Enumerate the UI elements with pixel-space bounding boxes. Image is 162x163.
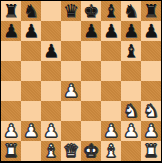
white-pawn[interactable]: ♟: [43, 121, 59, 141]
square-a3[interactable]: [1, 101, 21, 121]
square-b7[interactable]: ♟: [21, 21, 41, 41]
white-bishop[interactable]: ♝: [103, 141, 119, 161]
square-c8[interactable]: [41, 1, 61, 21]
square-g7[interactable]: ♟: [121, 21, 141, 41]
square-f6[interactable]: [101, 41, 121, 61]
chess-board-frame: ♜♞♛♚♝♞♜♟♟♟♟♟♟♟♝♟♞♞♟♟♟♟♟♟♜♝♛♚♝♜: [0, 1, 162, 163]
square-e6[interactable]: [81, 41, 101, 61]
white-pawn[interactable]: ♟: [103, 121, 119, 141]
black-queen[interactable]: ♛: [63, 1, 79, 21]
square-c5[interactable]: [41, 61, 61, 81]
square-b1[interactable]: [21, 141, 41, 161]
black-pawn[interactable]: ♟: [23, 21, 39, 41]
square-b4[interactable]: [21, 81, 41, 101]
white-pawn[interactable]: ♟: [23, 121, 39, 141]
black-bishop[interactable]: ♝: [123, 41, 139, 61]
square-f7[interactable]: ♟: [101, 21, 121, 41]
white-rook[interactable]: ♜: [143, 141, 159, 161]
square-h5[interactable]: [141, 61, 161, 81]
black-pawn[interactable]: ♟: [43, 41, 59, 61]
square-d5[interactable]: [61, 61, 81, 81]
square-f5[interactable]: [101, 61, 121, 81]
square-e2[interactable]: [81, 121, 101, 141]
square-h7[interactable]: ♟: [141, 21, 161, 41]
white-bishop[interactable]: ♝: [43, 141, 59, 161]
white-rook[interactable]: ♜: [3, 141, 19, 161]
square-f1[interactable]: ♝: [101, 141, 121, 161]
square-h1[interactable]: ♜: [141, 141, 161, 161]
black-pawn[interactable]: ♟: [103, 21, 119, 41]
square-g4[interactable]: [121, 81, 141, 101]
square-c4[interactable]: [41, 81, 61, 101]
square-f8[interactable]: ♝: [101, 1, 121, 21]
square-f2[interactable]: ♟: [101, 121, 121, 141]
square-b8[interactable]: ♞: [21, 1, 41, 21]
square-b2[interactable]: ♟: [21, 121, 41, 141]
white-pawn[interactable]: ♟: [143, 121, 159, 141]
square-e3[interactable]: [81, 101, 101, 121]
square-e1[interactable]: ♚: [81, 141, 101, 161]
square-g5[interactable]: [121, 61, 141, 81]
square-g8[interactable]: ♞: [121, 1, 141, 21]
square-h2[interactable]: ♟: [141, 121, 161, 141]
square-f4[interactable]: [101, 81, 121, 101]
white-king[interactable]: ♚: [83, 141, 99, 161]
square-d1[interactable]: ♛: [61, 141, 81, 161]
white-pawn[interactable]: ♟: [3, 121, 19, 141]
square-h3[interactable]: ♞: [141, 101, 161, 121]
square-d3[interactable]: [61, 101, 81, 121]
square-a4[interactable]: [1, 81, 21, 101]
white-pawn[interactable]: ♟: [123, 121, 139, 141]
square-g2[interactable]: ♟: [121, 121, 141, 141]
square-h8[interactable]: ♜: [141, 1, 161, 21]
black-rook[interactable]: ♜: [3, 1, 19, 21]
black-knight[interactable]: ♞: [123, 1, 139, 21]
white-queen[interactable]: ♛: [63, 141, 79, 161]
white-knight[interactable]: ♞: [143, 101, 159, 121]
square-b6[interactable]: [21, 41, 41, 61]
square-b3[interactable]: [21, 101, 41, 121]
square-d8[interactable]: ♛: [61, 1, 81, 21]
square-c7[interactable]: [41, 21, 61, 41]
square-c3[interactable]: [41, 101, 61, 121]
square-d2[interactable]: [61, 121, 81, 141]
square-g1[interactable]: [121, 141, 141, 161]
black-pawn[interactable]: ♟: [123, 21, 139, 41]
square-a7[interactable]: ♟: [1, 21, 21, 41]
square-c1[interactable]: ♝: [41, 141, 61, 161]
black-pawn[interactable]: ♟: [83, 21, 99, 41]
black-rook[interactable]: ♜: [143, 1, 159, 21]
white-knight[interactable]: ♞: [123, 101, 139, 121]
square-d4[interactable]: ♟: [61, 81, 81, 101]
square-g3[interactable]: ♞: [121, 101, 141, 121]
square-a2[interactable]: ♟: [1, 121, 21, 141]
square-h4[interactable]: [141, 81, 161, 101]
black-bishop[interactable]: ♝: [103, 1, 119, 21]
chess-board: ♜♞♛♚♝♞♜♟♟♟♟♟♟♟♝♟♞♞♟♟♟♟♟♟♜♝♛♚♝♜: [1, 1, 161, 161]
square-e4[interactable]: [81, 81, 101, 101]
square-c6[interactable]: ♟: [41, 41, 61, 61]
square-e8[interactable]: ♚: [81, 1, 101, 21]
square-a6[interactable]: [1, 41, 21, 61]
square-g6[interactable]: ♝: [121, 41, 141, 61]
black-knight[interactable]: ♞: [23, 1, 39, 21]
square-e5[interactable]: [81, 61, 101, 81]
white-pawn[interactable]: ♟: [63, 81, 79, 101]
square-d6[interactable]: [61, 41, 81, 61]
square-e7[interactable]: ♟: [81, 21, 101, 41]
square-h6[interactable]: [141, 41, 161, 61]
square-a8[interactable]: ♜: [1, 1, 21, 21]
square-f3[interactable]: [101, 101, 121, 121]
square-d7[interactable]: [61, 21, 81, 41]
square-b5[interactable]: [21, 61, 41, 81]
square-a5[interactable]: [1, 61, 21, 81]
black-pawn[interactable]: ♟: [3, 21, 19, 41]
black-king[interactable]: ♚: [83, 1, 99, 21]
square-c2[interactable]: ♟: [41, 121, 61, 141]
square-a1[interactable]: ♜: [1, 141, 21, 161]
black-pawn[interactable]: ♟: [143, 21, 159, 41]
